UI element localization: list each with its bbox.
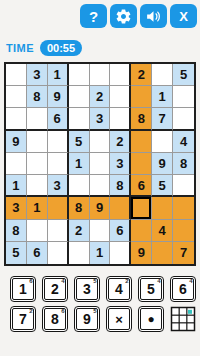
cell-r9c1[interactable]: 5 bbox=[6, 242, 27, 264]
digit-count-badge: 6 bbox=[61, 308, 64, 315]
digit-count-badge: 2 bbox=[29, 308, 32, 315]
cell-r3c9[interactable] bbox=[173, 108, 194, 130]
cell-r6c5[interactable] bbox=[90, 175, 111, 197]
cell-r4c2[interactable] bbox=[27, 131, 48, 153]
cell-r9c8[interactable] bbox=[152, 242, 173, 264]
cell-r1c2[interactable]: 3 bbox=[27, 64, 48, 86]
cell-r2c6[interactable] bbox=[110, 86, 131, 108]
notes-grid-button[interactable] bbox=[170, 306, 196, 332]
cell-r3c3[interactable]: 6 bbox=[48, 108, 69, 130]
cell-r9c7[interactable]: 9 bbox=[131, 242, 152, 264]
cell-r5c8[interactable]: 9 bbox=[152, 153, 173, 175]
pad-row-1: 162435425464 bbox=[10, 276, 196, 302]
cell-r7c5[interactable]: 9 bbox=[90, 197, 111, 219]
timer-value: 00:55 bbox=[40, 40, 82, 56]
cell-r8c1[interactable]: 8 bbox=[6, 220, 27, 242]
header-toolbar: ? X bbox=[80, 4, 197, 28]
cell-r4c5[interactable] bbox=[90, 131, 111, 153]
pencil-mode-button[interactable]: ● bbox=[138, 306, 164, 332]
digit-button-2[interactable]: 24 bbox=[42, 276, 68, 302]
cell-r6c6[interactable]: 8 bbox=[110, 175, 131, 197]
cell-r7c7[interactable] bbox=[131, 197, 152, 219]
cell-r9c9[interactable]: 7 bbox=[173, 242, 194, 264]
cell-r7c4[interactable]: 8 bbox=[69, 197, 90, 219]
cell-r3c2[interactable] bbox=[27, 108, 48, 130]
speaker-icon bbox=[145, 8, 162, 25]
cell-r2c7[interactable] bbox=[131, 86, 152, 108]
digit-count-badge: 4 bbox=[157, 278, 160, 285]
cell-r4c6[interactable]: 2 bbox=[110, 131, 131, 153]
cell-r1c4[interactable] bbox=[69, 64, 90, 86]
help-button[interactable]: ? bbox=[80, 4, 107, 28]
cell-r6c2[interactable] bbox=[27, 175, 48, 197]
cell-r5c7[interactable] bbox=[131, 153, 152, 175]
cell-r6c3[interactable]: 3 bbox=[48, 175, 69, 197]
digit-button-6[interactable]: 64 bbox=[170, 276, 196, 302]
cell-r4c8[interactable] bbox=[152, 131, 173, 153]
cell-r1c9[interactable]: 5 bbox=[173, 64, 194, 86]
cell-r9c5[interactable]: 1 bbox=[90, 242, 111, 264]
cell-r3c6[interactable] bbox=[110, 108, 131, 130]
cell-r8c5[interactable] bbox=[90, 220, 111, 242]
digit-button-1[interactable]: 16 bbox=[10, 276, 36, 302]
digit-count-badge: 4 bbox=[61, 278, 64, 285]
close-button[interactable]: X bbox=[170, 4, 197, 28]
cell-r3c8[interactable]: 7 bbox=[152, 108, 173, 130]
sudoku-board: 31258921638795241398138653189826456197 bbox=[4, 62, 196, 266]
cell-r2c5[interactable]: 2 bbox=[90, 86, 111, 108]
cell-r5c6[interactable]: 3 bbox=[110, 153, 131, 175]
sudoku-app: { "game": "Sudoku", "position": ".31...2… bbox=[0, 0, 200, 356]
cell-r8c7[interactable] bbox=[131, 220, 152, 242]
cell-r2c9[interactable] bbox=[173, 86, 194, 108]
cell-r3c4[interactable] bbox=[69, 108, 90, 130]
cell-r1c8[interactable] bbox=[152, 64, 173, 86]
cell-r2c8[interactable]: 1 bbox=[152, 86, 173, 108]
settings-button[interactable] bbox=[110, 4, 137, 28]
cell-r5c1[interactable] bbox=[6, 153, 27, 175]
digit-button-8[interactable]: 86 bbox=[42, 306, 68, 332]
cell-r5c3[interactable] bbox=[48, 153, 69, 175]
cell-r7c8[interactable] bbox=[152, 197, 173, 219]
cell-r1c5[interactable] bbox=[90, 64, 111, 86]
digit-button-9[interactable]: 95 bbox=[74, 306, 100, 332]
cell-r4c9[interactable]: 4 bbox=[173, 131, 194, 153]
erase-x-icon: × bbox=[115, 312, 123, 327]
cell-r8c8[interactable]: 4 bbox=[152, 220, 173, 242]
time-label: TIME bbox=[6, 42, 34, 54]
digit-count-badge: 5 bbox=[93, 278, 96, 285]
cell-r7c2[interactable]: 1 bbox=[27, 197, 48, 219]
cell-r9c6[interactable] bbox=[110, 242, 131, 264]
cell-r6c1[interactable]: 1 bbox=[6, 175, 27, 197]
cell-r5c2[interactable] bbox=[27, 153, 48, 175]
cell-r5c5[interactable] bbox=[90, 153, 111, 175]
cell-r2c4[interactable] bbox=[69, 86, 90, 108]
cell-r4c4[interactable]: 5 bbox=[69, 131, 90, 153]
cell-r2c1[interactable] bbox=[6, 86, 27, 108]
cell-r7c3[interactable] bbox=[48, 197, 69, 219]
cell-r8c3[interactable] bbox=[48, 220, 69, 242]
close-icon: X bbox=[179, 9, 188, 24]
cell-r6c9[interactable] bbox=[173, 175, 194, 197]
digit-button-7[interactable]: 72 bbox=[10, 306, 36, 332]
cell-r3c7[interactable]: 8 bbox=[131, 108, 152, 130]
digit-button-4[interactable]: 42 bbox=[106, 276, 132, 302]
sound-button[interactable] bbox=[140, 4, 167, 28]
cell-r6c7[interactable]: 6 bbox=[131, 175, 152, 197]
filled-dot-icon: ● bbox=[147, 312, 154, 326]
cell-r1c7[interactable]: 2 bbox=[131, 64, 152, 86]
digit-count-badge: 5 bbox=[93, 308, 96, 315]
erase-button[interactable]: × bbox=[106, 306, 132, 332]
cell-r4c3[interactable] bbox=[48, 131, 69, 153]
cell-r8c6[interactable]: 6 bbox=[110, 220, 131, 242]
digit-count-badge: 6 bbox=[29, 278, 32, 285]
cell-r4c7[interactable] bbox=[131, 131, 152, 153]
timer-row: TIME 00:55 bbox=[6, 40, 82, 56]
cell-r3c5[interactable]: 3 bbox=[90, 108, 111, 130]
cell-r9c3[interactable] bbox=[48, 242, 69, 264]
cell-r3c1[interactable] bbox=[6, 108, 27, 130]
cell-r7c9[interactable] bbox=[173, 197, 194, 219]
cell-r9c4[interactable] bbox=[69, 242, 90, 264]
digit-count-badge: 4 bbox=[189, 278, 192, 285]
pad-row-2: 728695×● bbox=[10, 306, 196, 332]
cell-r8c9[interactable] bbox=[173, 220, 194, 242]
cell-r2c3[interactable]: 9 bbox=[48, 86, 69, 108]
cell-r7c6[interactable] bbox=[110, 197, 131, 219]
cell-r9c2[interactable]: 6 bbox=[27, 242, 48, 264]
cell-r8c2[interactable] bbox=[27, 220, 48, 242]
cell-r4c1[interactable]: 9 bbox=[6, 131, 27, 153]
cell-r1c6[interactable] bbox=[110, 64, 131, 86]
cell-r1c1[interactable] bbox=[6, 64, 27, 86]
digit-button-5[interactable]: 54 bbox=[138, 276, 164, 302]
cell-r6c4[interactable] bbox=[69, 175, 90, 197]
cell-r6c8[interactable]: 5 bbox=[152, 175, 173, 197]
digit-button-3[interactable]: 35 bbox=[74, 276, 100, 302]
gear-icon bbox=[115, 8, 132, 25]
cell-r7c1[interactable]: 3 bbox=[6, 197, 27, 219]
question-mark-icon: ? bbox=[89, 8, 98, 25]
digit-count-badge: 2 bbox=[125, 278, 128, 285]
cell-r2c2[interactable]: 8 bbox=[27, 86, 48, 108]
cell-r8c4[interactable]: 2 bbox=[69, 220, 90, 242]
cell-r1c3[interactable]: 1 bbox=[48, 64, 69, 86]
cell-r5c4[interactable]: 1 bbox=[69, 153, 90, 175]
mini-grid-icon bbox=[170, 306, 196, 332]
cell-r5c9[interactable]: 8 bbox=[173, 153, 194, 175]
